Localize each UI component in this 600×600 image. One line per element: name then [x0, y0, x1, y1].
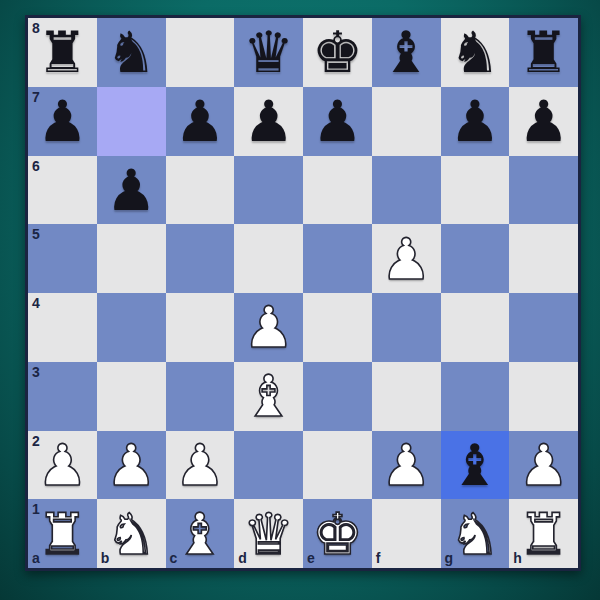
rank-label-6: 6	[32, 159, 40, 173]
square-d2[interactable]	[234, 431, 303, 500]
square-e3[interactable]	[303, 362, 372, 431]
white-knight-g1[interactable]: ♞	[449, 500, 500, 568]
square-b7[interactable]	[97, 87, 166, 156]
black-pawn-a7[interactable]: ♟	[37, 87, 88, 155]
white-pawn-a2[interactable]: ♟	[37, 431, 88, 499]
square-d6[interactable]	[234, 156, 303, 225]
square-f6[interactable]	[372, 156, 441, 225]
white-bishop-d3[interactable]: ♝	[243, 362, 294, 430]
square-b3[interactable]	[97, 362, 166, 431]
rank-label-5: 5	[32, 227, 40, 241]
file-label-f: f	[376, 551, 381, 565]
square-h4[interactable]	[509, 293, 578, 362]
square-f7[interactable]	[372, 87, 441, 156]
square-a5[interactable]: 5	[28, 224, 97, 293]
black-queen-d8[interactable]: ♛	[243, 18, 294, 86]
square-h7[interactable]: ♟	[509, 87, 578, 156]
square-c1[interactable]: c♝	[166, 499, 235, 568]
square-a2[interactable]: 2♟	[28, 431, 97, 500]
square-f8[interactable]: ♝	[372, 18, 441, 87]
square-a7[interactable]: 7♟	[28, 87, 97, 156]
square-g3[interactable]	[441, 362, 510, 431]
square-a8[interactable]: 8♜	[28, 18, 97, 87]
white-pawn-b2[interactable]: ♟	[106, 431, 157, 499]
black-pawn-d7[interactable]: ♟	[243, 87, 294, 155]
square-h2[interactable]: ♟	[509, 431, 578, 500]
square-e4[interactable]	[303, 293, 372, 362]
square-c6[interactable]	[166, 156, 235, 225]
white-rook-a1[interactable]: ♜	[37, 500, 88, 568]
square-d3[interactable]: ♝	[234, 362, 303, 431]
square-b1[interactable]: b♞	[97, 499, 166, 568]
square-g7[interactable]: ♟	[441, 87, 510, 156]
square-e1[interactable]: e♚	[303, 499, 372, 568]
black-pawn-b6[interactable]: ♟	[106, 156, 157, 224]
square-f4[interactable]	[372, 293, 441, 362]
square-h8[interactable]: ♜	[509, 18, 578, 87]
square-g8[interactable]: ♞	[441, 18, 510, 87]
app-background: 8♜♞♛♚♝♞♜7♟♟♟♟♟♟6♟5♟4♟3♝2♟♟♟♟♝♟1a♜b♞c♝d♛e…	[0, 0, 600, 600]
square-a1[interactable]: 1a♜	[28, 499, 97, 568]
white-pawn-f2[interactable]: ♟	[381, 431, 432, 499]
black-pawn-e7[interactable]: ♟	[312, 87, 363, 155]
black-rook-h8[interactable]: ♜	[518, 18, 569, 86]
square-e5[interactable]	[303, 224, 372, 293]
black-rook-a8[interactable]: ♜	[37, 18, 88, 86]
black-king-e8[interactable]: ♚	[312, 18, 363, 86]
square-d8[interactable]: ♛	[234, 18, 303, 87]
square-d7[interactable]: ♟	[234, 87, 303, 156]
square-h5[interactable]	[509, 224, 578, 293]
square-f3[interactable]	[372, 362, 441, 431]
white-bishop-c1[interactable]: ♝	[174, 500, 225, 568]
square-e2[interactable]	[303, 431, 372, 500]
white-queen-d1[interactable]: ♛	[243, 500, 294, 568]
square-a6[interactable]: 6	[28, 156, 97, 225]
white-king-e1[interactable]: ♚	[312, 500, 363, 568]
white-pawn-f5[interactable]: ♟	[381, 225, 432, 293]
square-g5[interactable]	[441, 224, 510, 293]
square-c8[interactable]	[166, 18, 235, 87]
square-b8[interactable]: ♞	[97, 18, 166, 87]
black-knight-g8[interactable]: ♞	[449, 18, 500, 86]
black-pawn-c7[interactable]: ♟	[174, 87, 225, 155]
white-pawn-h2[interactable]: ♟	[518, 431, 569, 499]
square-e8[interactable]: ♚	[303, 18, 372, 87]
square-d4[interactable]: ♟	[234, 293, 303, 362]
black-bishop-g2[interactable]: ♝	[449, 431, 500, 499]
square-f2[interactable]: ♟	[372, 431, 441, 500]
square-e7[interactable]: ♟	[303, 87, 372, 156]
square-b6[interactable]: ♟	[97, 156, 166, 225]
square-h1[interactable]: h♜	[509, 499, 578, 568]
square-b2[interactable]: ♟	[97, 431, 166, 500]
black-knight-b8[interactable]: ♞	[106, 18, 157, 86]
square-c7[interactable]: ♟	[166, 87, 235, 156]
square-b4[interactable]	[97, 293, 166, 362]
chess-board[interactable]: 8♜♞♛♚♝♞♜7♟♟♟♟♟♟6♟5♟4♟3♝2♟♟♟♟♝♟1a♜b♞c♝d♛e…	[25, 15, 581, 571]
square-c5[interactable]	[166, 224, 235, 293]
black-pawn-h7[interactable]: ♟	[518, 87, 569, 155]
white-pawn-c2[interactable]: ♟	[174, 431, 225, 499]
black-bishop-f8[interactable]: ♝	[381, 18, 432, 86]
square-e6[interactable]	[303, 156, 372, 225]
rank-label-4: 4	[32, 296, 40, 310]
square-f5[interactable]: ♟	[372, 224, 441, 293]
white-knight-b1[interactable]: ♞	[106, 500, 157, 568]
white-pawn-d4[interactable]: ♟	[243, 293, 294, 361]
square-g6[interactable]	[441, 156, 510, 225]
square-c3[interactable]	[166, 362, 235, 431]
square-g1[interactable]: g♞	[441, 499, 510, 568]
square-b5[interactable]	[97, 224, 166, 293]
rank-label-3: 3	[32, 365, 40, 379]
square-a3[interactable]: 3	[28, 362, 97, 431]
square-d1[interactable]: d♛	[234, 499, 303, 568]
square-f1[interactable]: f	[372, 499, 441, 568]
square-g4[interactable]	[441, 293, 510, 362]
square-d5[interactable]	[234, 224, 303, 293]
square-a4[interactable]: 4	[28, 293, 97, 362]
square-h3[interactable]	[509, 362, 578, 431]
square-h6[interactable]	[509, 156, 578, 225]
white-rook-h1[interactable]: ♜	[518, 500, 569, 568]
square-c4[interactable]	[166, 293, 235, 362]
square-g2[interactable]: ♝	[441, 431, 510, 500]
black-pawn-g7[interactable]: ♟	[449, 87, 500, 155]
square-c2[interactable]: ♟	[166, 431, 235, 500]
